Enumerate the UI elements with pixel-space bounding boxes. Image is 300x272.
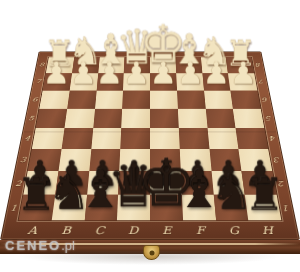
square-h7: ♟ bbox=[228, 73, 257, 90]
square-e8: ♚ bbox=[150, 57, 176, 73]
square-f2: ♟ bbox=[181, 171, 214, 195]
watermark-name: CENEO bbox=[5, 238, 61, 253]
white-knight-b8: ♞ bbox=[68, 33, 102, 71]
brass-clasp bbox=[143, 245, 160, 260]
board-fold-seam bbox=[23, 132, 277, 133]
square-h6 bbox=[231, 90, 261, 108]
square-c5 bbox=[93, 109, 122, 128]
square-f7: ♟ bbox=[176, 73, 204, 90]
square-g8: ♞ bbox=[201, 57, 229, 73]
square-b8: ♞ bbox=[72, 57, 100, 73]
square-e3 bbox=[150, 149, 181, 171]
rank-label-6-right: 6 bbox=[258, 90, 272, 108]
square-f1: ♝ bbox=[182, 195, 216, 221]
square-c1: ♝ bbox=[84, 195, 118, 221]
chess-board-squares: ♜♞♝♛♚♝♞♜♟♟♟♟♟♟♟♟♟♟♟♟♟♟♟♟♜♞♝♛♚♝♞♜ bbox=[18, 57, 283, 221]
square-c7: ♟ bbox=[96, 73, 124, 90]
square-f8: ♝ bbox=[175, 57, 202, 73]
square-g7: ♟ bbox=[202, 73, 230, 90]
square-a6 bbox=[39, 90, 69, 108]
square-a1: ♜ bbox=[19, 195, 55, 221]
file-label-f: F bbox=[183, 224, 217, 236]
square-e2: ♟ bbox=[150, 171, 182, 195]
square-e7: ♟ bbox=[150, 73, 177, 90]
square-e5 bbox=[150, 109, 179, 128]
watermark-tld: .pl bbox=[61, 238, 75, 253]
square-h2: ♟ bbox=[242, 171, 277, 195]
square-a5 bbox=[36, 109, 67, 128]
square-d1: ♛ bbox=[117, 195, 150, 221]
square-c8: ♝ bbox=[98, 57, 125, 73]
rank-label-7-right: 7 bbox=[255, 73, 269, 90]
square-b5 bbox=[64, 109, 94, 128]
square-b3 bbox=[58, 149, 91, 171]
file-label-b: B bbox=[49, 224, 84, 236]
rank-label-5-right: 5 bbox=[262, 109, 277, 129]
square-g5 bbox=[205, 109, 235, 128]
square-e1: ♚ bbox=[150, 195, 183, 221]
square-b1: ♞ bbox=[51, 195, 86, 221]
square-b7: ♟ bbox=[69, 73, 97, 90]
file-label-h: H bbox=[250, 224, 286, 236]
square-a3 bbox=[28, 149, 62, 171]
file-label-g: G bbox=[216, 224, 251, 236]
square-c2: ♟ bbox=[87, 171, 120, 195]
square-d6 bbox=[122, 90, 150, 108]
square-f5 bbox=[178, 109, 207, 128]
square-a7: ♟ bbox=[43, 73, 72, 90]
square-c3 bbox=[89, 149, 121, 171]
watermark: CENEO.pl bbox=[5, 238, 75, 253]
file-labels: ABCDEFGH bbox=[14, 222, 285, 238]
file-label-d: D bbox=[116, 224, 150, 236]
square-d8: ♛ bbox=[124, 57, 150, 73]
square-f6 bbox=[177, 90, 206, 108]
square-d7: ♟ bbox=[123, 73, 150, 90]
square-h1: ♜ bbox=[245, 195, 281, 221]
white-rook-a8: ♜ bbox=[43, 36, 75, 71]
square-c6 bbox=[95, 90, 124, 108]
square-b2: ♟ bbox=[55, 171, 89, 195]
square-g3 bbox=[209, 149, 242, 171]
square-b6 bbox=[67, 90, 96, 108]
square-d3 bbox=[119, 149, 150, 171]
square-h5 bbox=[233, 109, 264, 128]
square-g6 bbox=[204, 90, 233, 108]
square-a2: ♟ bbox=[23, 171, 58, 195]
file-label-e: E bbox=[150, 224, 184, 236]
square-h3 bbox=[239, 149, 273, 171]
square-h8: ♜ bbox=[226, 57, 254, 73]
folding-chess-board: ♜♞♝♛♚♝♞♜♟♟♟♟♟♟♟♟♟♟♟♟♟♟♟♟♜♞♝♛♚♝♞♜ 8765432… bbox=[0, 52, 300, 240]
square-g2: ♟ bbox=[211, 171, 245, 195]
file-label-c: C bbox=[82, 224, 116, 236]
square-d5 bbox=[121, 109, 150, 128]
square-e6 bbox=[150, 90, 178, 108]
product-photo-scene: ♜♞♝♛♚♝♞♜♟♟♟♟♟♟♟♟♟♟♟♟♟♟♟♟♜♞♝♛♚♝♞♜ 8765432… bbox=[0, 0, 300, 272]
square-d2: ♟ bbox=[118, 171, 150, 195]
square-f3 bbox=[180, 149, 212, 171]
file-label-a: A bbox=[15, 224, 51, 236]
square-g1: ♞ bbox=[213, 195, 248, 221]
clasp-hole bbox=[149, 251, 154, 256]
rank-label-8-right: 8 bbox=[252, 57, 265, 73]
square-a8: ♜ bbox=[46, 57, 74, 73]
white-rook-h8: ♜ bbox=[225, 36, 257, 71]
